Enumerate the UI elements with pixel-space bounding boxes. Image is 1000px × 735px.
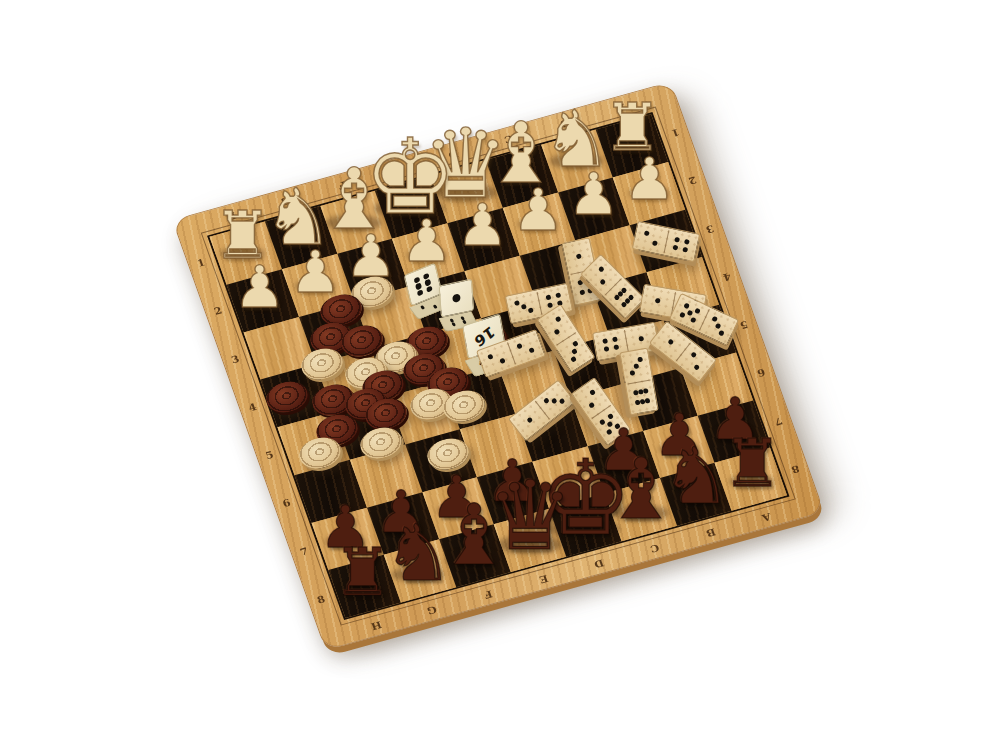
pip-dot [451,323,456,327]
rank-label-left-5: 5 [260,448,279,464]
rank-label-left-4: 4 [243,400,262,416]
pip-dot [499,358,505,364]
pip-dot [638,389,644,395]
file-label-near-H: H [367,617,386,633]
pip-dot [570,355,577,362]
pip-dot [571,348,578,355]
pip-dot [643,388,649,394]
pip-dot [558,398,565,405]
pip-dot [598,265,605,272]
domino-divider [676,342,691,361]
rank-label-right-6: 6 [751,364,770,380]
pip-dot [526,417,533,424]
pip-dot [527,307,533,313]
pip-dot [516,343,522,349]
pip-dot [690,351,697,358]
black-knight-g8[interactable]: ♞ [383,514,453,592]
board-game-photo-scene: 11HH22GG33FF44EE55DD66CC77BB88AA ♜♞♝♛♚♝♞… [0,0,1000,735]
file-label-near-B: B [701,524,720,540]
pip-dot [712,316,719,323]
pip-dot [614,345,620,351]
domino-divider [664,230,670,253]
pip-dot [420,305,425,309]
pip-dot [672,245,678,251]
pip-dot [687,310,694,317]
white-pawn-d2[interactable]: ♟ [456,196,508,254]
domino-divider [535,401,550,420]
pip-dot [576,253,582,259]
pip-dot [644,230,650,236]
pip-dot [426,285,432,292]
pip-dot [652,240,658,246]
pip-dot [452,293,460,303]
rank-label-left-3: 3 [226,352,245,368]
pip-dot [645,397,651,403]
pip-dot [587,288,593,294]
pip-dot [690,316,697,323]
pip-dot [679,312,686,319]
pip-dot [599,279,606,286]
pip-dot [553,329,560,336]
pip-dot [514,300,520,306]
file-label-near-G: G [422,601,441,617]
white-pawn-h2[interactable]: ♟ [234,258,286,316]
file-label-near-A: A [756,509,775,525]
pip-dot [572,341,579,348]
pip-dot [634,399,640,405]
rank-label-right-8: 8 [786,461,805,477]
pip-dot [577,280,583,286]
pip-dot [655,298,661,304]
file-label-near-F: F [478,586,497,602]
pip-dot [715,323,722,330]
pip-dot [633,363,639,369]
pip-dot [521,304,527,310]
domino-divider [537,292,543,315]
black-rook-h8[interactable]: ♜ [333,540,392,606]
rank-label-right-1: 1 [666,124,685,140]
white-pawn-a2[interactable]: ♟ [624,150,676,208]
rank-label-left-7: 7 [294,544,313,560]
rank-label-left-8: 8 [311,592,330,608]
rank-label-right-4: 4 [717,268,736,284]
rank-label-left-1: 1 [192,256,211,272]
pip-dot [579,290,585,296]
file-label-near-C: C [645,540,664,556]
rank-label-right-3: 3 [700,220,719,236]
pip-dot [640,398,646,404]
pip-dot [589,389,596,396]
pip-dot [694,308,701,315]
pip-dot [545,294,551,300]
rank-label-right-2: 2 [683,172,702,188]
pip-dot [638,336,644,342]
white-pawn-g2[interactable]: ♟ [289,243,341,301]
pip-dot [529,347,535,353]
pip-dot [555,292,561,298]
rank-label-left-6: 6 [277,496,296,512]
pip-dot [602,338,608,344]
pip-dot [487,353,493,359]
pip-dot [612,336,618,342]
rank-label-left-2: 2 [209,304,228,320]
pip-dot [604,346,610,352]
pip-dot [633,390,639,396]
pip-dot [551,397,558,404]
white-pawn-b2[interactable]: ♟ [568,165,620,223]
pip-dot [555,316,562,323]
pip-dot [684,239,690,245]
domino-divider [624,330,629,353]
pip-dot [547,302,553,308]
pip-dot [637,357,643,363]
pip-dot [693,364,700,371]
pip-dot [674,237,680,243]
white-pawn-c2[interactable]: ♟ [512,181,564,239]
pip-dot [543,397,550,404]
domino-divider [699,309,710,330]
white-pawn-e2[interactable]: ♟ [401,212,453,270]
pip-dot [588,402,595,409]
pip-dot [417,289,423,296]
pip-dot [682,247,688,253]
pip-dot [683,303,690,310]
domino-divider [628,380,651,385]
file-label-near-E: E [534,570,553,586]
domino-divider [507,342,516,364]
pip-dot [630,370,636,376]
pip-dot [718,329,725,336]
pip-dot [433,305,438,309]
pip-dot [667,338,674,345]
